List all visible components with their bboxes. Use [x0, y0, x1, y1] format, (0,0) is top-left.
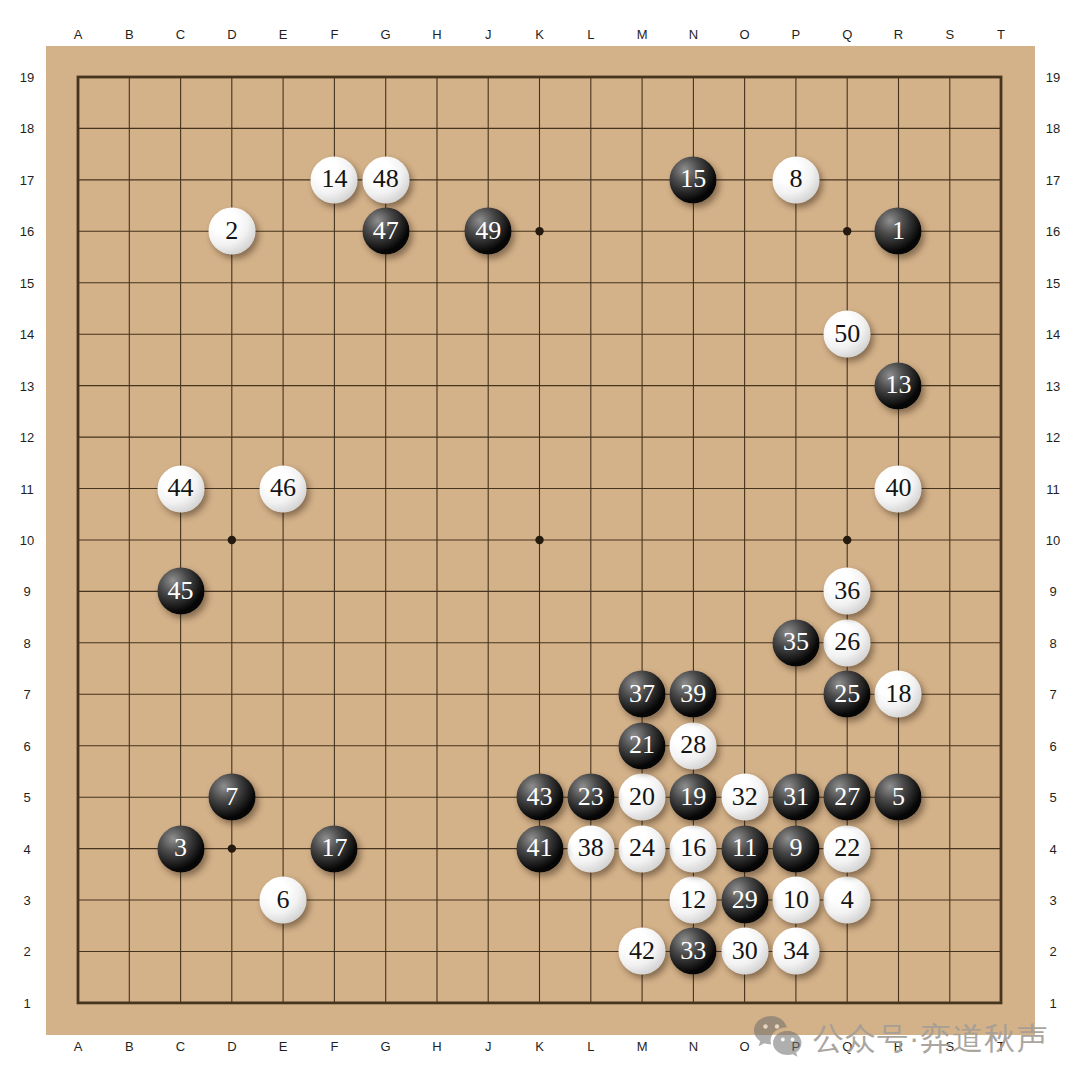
move-number: 47 — [373, 217, 399, 243]
star-point-D4 — [228, 844, 236, 852]
move-number: 49 — [475, 217, 501, 243]
col-label-bottom-M: M — [637, 1039, 648, 1054]
row-label-right-7: 7 — [1049, 687, 1056, 702]
col-label-top-R: R — [894, 27, 903, 42]
move-number: 24 — [629, 835, 655, 861]
stone-white-Q9: 36 — [824, 568, 871, 615]
move-number: 12 — [680, 886, 706, 912]
row-label-right-5: 5 — [1049, 790, 1056, 805]
stone-white-N3: 12 — [670, 877, 717, 924]
move-number: 2 — [225, 217, 238, 243]
row-label-left-4: 4 — [23, 841, 30, 856]
stone-white-M4: 24 — [619, 825, 666, 872]
row-label-right-14: 14 — [1046, 327, 1060, 342]
row-label-right-16: 16 — [1046, 224, 1060, 239]
row-label-right-2: 2 — [1049, 944, 1056, 959]
col-label-top-B: B — [125, 27, 134, 42]
move-number: 41 — [527, 835, 553, 861]
row-label-left-5: 5 — [23, 790, 30, 805]
row-label-left-18: 18 — [20, 121, 34, 136]
star-point-Q10 — [843, 536, 851, 544]
col-label-bottom-E: E — [279, 1039, 288, 1054]
col-label-top-J: J — [485, 27, 492, 42]
move-number: 44 — [168, 475, 194, 501]
move-number: 34 — [783, 937, 809, 963]
stone-black-M6: 21 — [619, 722, 666, 769]
move-number: 42 — [629, 937, 655, 963]
move-number: 15 — [680, 166, 706, 192]
stone-white-L4: 38 — [567, 825, 614, 872]
move-number: 38 — [578, 835, 604, 861]
move-number: 4 — [841, 886, 854, 912]
star-point-Q16 — [843, 227, 851, 235]
stone-black-N7: 39 — [670, 671, 717, 718]
row-label-left-7: 7 — [23, 687, 30, 702]
row-label-right-18: 18 — [1046, 121, 1060, 136]
stone-black-P5: 31 — [772, 774, 819, 821]
stone-black-R5: 5 — [875, 774, 922, 821]
stone-white-R7: 18 — [875, 671, 922, 718]
col-label-top-T: T — [997, 27, 1005, 42]
row-label-left-9: 9 — [23, 584, 30, 599]
move-number: 19 — [680, 783, 706, 809]
stone-black-R13: 13 — [875, 362, 922, 409]
move-number: 50 — [834, 320, 860, 346]
move-number: 39 — [680, 680, 706, 706]
col-label-top-F: F — [330, 27, 338, 42]
move-number: 35 — [783, 629, 809, 655]
stone-white-P17: 8 — [772, 156, 819, 203]
col-label-bottom-D: D — [227, 1039, 236, 1054]
stone-black-K4: 41 — [516, 825, 563, 872]
row-label-right-17: 17 — [1046, 172, 1060, 187]
move-number: 26 — [834, 629, 860, 655]
star-point-D10 — [228, 536, 236, 544]
star-point-K10 — [535, 536, 543, 544]
move-number: 22 — [834, 835, 860, 861]
move-number: 31 — [783, 783, 809, 809]
col-label-top-P: P — [792, 27, 801, 42]
row-label-right-11: 11 — [1046, 481, 1060, 496]
move-number: 7 — [225, 783, 238, 809]
stone-black-R16: 1 — [875, 208, 922, 255]
move-number: 40 — [885, 475, 911, 501]
stone-black-P8: 35 — [772, 619, 819, 666]
move-number: 48 — [373, 166, 399, 192]
stone-white-O2: 30 — [721, 928, 768, 975]
star-point-K16 — [535, 227, 543, 235]
watermark: 公众号·弈道秋声 — [751, 1007, 1048, 1069]
stone-black-P4: 9 — [772, 825, 819, 872]
row-label-right-19: 19 — [1046, 70, 1060, 85]
move-number: 5 — [892, 783, 905, 809]
stone-black-K5: 43 — [516, 774, 563, 821]
row-label-right-13: 13 — [1046, 378, 1060, 393]
move-number: 3 — [174, 835, 187, 861]
col-label-top-C: C — [176, 27, 185, 42]
stone-white-Q3: 4 — [824, 877, 871, 924]
move-number: 36 — [834, 577, 860, 603]
move-number: 46 — [270, 475, 296, 501]
stone-black-C4: 3 — [157, 825, 204, 872]
stone-white-O5: 32 — [721, 774, 768, 821]
row-label-left-3: 3 — [23, 893, 30, 908]
col-label-top-L: L — [587, 27, 594, 42]
stone-white-M5: 20 — [619, 774, 666, 821]
col-label-top-Q: Q — [842, 27, 852, 42]
col-label-bottom-J: J — [485, 1039, 492, 1054]
row-label-left-6: 6 — [23, 738, 30, 753]
col-label-bottom-K: K — [535, 1039, 544, 1054]
stone-black-C9: 45 — [157, 568, 204, 615]
col-label-top-S: S — [945, 27, 954, 42]
stone-black-N17: 15 — [670, 156, 717, 203]
move-number: 6 — [277, 886, 290, 912]
move-number: 32 — [732, 783, 758, 809]
move-number: 1 — [892, 217, 905, 243]
col-label-top-M: M — [637, 27, 648, 42]
move-number: 17 — [321, 835, 347, 861]
row-label-left-10: 10 — [20, 532, 34, 547]
row-label-left-13: 13 — [20, 378, 34, 393]
col-label-top-G: G — [381, 27, 391, 42]
stone-white-R11: 40 — [875, 465, 922, 512]
move-number: 8 — [789, 166, 802, 192]
wechat-icon — [751, 1012, 805, 1064]
stone-black-L5: 23 — [567, 774, 614, 821]
stone-white-Q4: 22 — [824, 825, 871, 872]
row-label-left-19: 19 — [20, 70, 34, 85]
col-label-top-O: O — [740, 27, 750, 42]
stone-white-C11: 44 — [157, 465, 204, 512]
col-label-top-A: A — [74, 27, 83, 42]
move-number: 9 — [789, 835, 802, 861]
row-label-right-15: 15 — [1046, 275, 1060, 290]
stone-black-M7: 37 — [619, 671, 666, 718]
move-number: 37 — [629, 680, 655, 706]
grid-lines — [0, 0, 1080, 1080]
stone-black-N2: 33 — [670, 928, 717, 975]
stone-white-N6: 28 — [670, 722, 717, 769]
stone-white-M2: 42 — [619, 928, 666, 975]
stone-black-N5: 19 — [670, 774, 717, 821]
col-label-bottom-A: A — [74, 1039, 83, 1054]
row-label-right-3: 3 — [1049, 893, 1056, 908]
watermark-text: 公众号·弈道秋声 — [813, 1023, 1048, 1054]
col-label-bottom-O: O — [740, 1039, 750, 1054]
col-label-bottom-B: B — [125, 1039, 134, 1054]
stone-black-O3: 29 — [721, 877, 768, 924]
move-number: 13 — [885, 372, 911, 398]
stone-black-F4: 17 — [311, 825, 358, 872]
row-label-right-6: 6 — [1049, 738, 1056, 753]
stone-white-F17: 14 — [311, 156, 358, 203]
move-number: 33 — [680, 937, 706, 963]
stone-white-N4: 16 — [670, 825, 717, 872]
move-number: 16 — [680, 835, 706, 861]
col-label-top-E: E — [279, 27, 288, 42]
col-label-bottom-N: N — [689, 1039, 698, 1054]
move-number: 25 — [834, 680, 860, 706]
move-number: 27 — [834, 783, 860, 809]
move-number: 10 — [783, 886, 809, 912]
move-number: 29 — [732, 886, 758, 912]
row-label-left-16: 16 — [20, 224, 34, 239]
move-number: 30 — [732, 937, 758, 963]
stone-black-J16: 49 — [465, 208, 512, 255]
row-label-right-9: 9 — [1049, 584, 1056, 599]
row-label-left-11: 11 — [20, 481, 34, 496]
row-label-left-17: 17 — [20, 172, 34, 187]
move-number: 20 — [629, 783, 655, 809]
row-label-right-12: 12 — [1046, 430, 1060, 445]
move-number: 14 — [321, 166, 347, 192]
row-label-right-1: 1 — [1049, 995, 1056, 1010]
row-label-right-4: 4 — [1049, 841, 1056, 856]
stone-white-Q14: 50 — [824, 311, 871, 358]
col-label-bottom-F: F — [330, 1039, 338, 1054]
stone-white-E3: 6 — [260, 877, 307, 924]
row-label-left-15: 15 — [20, 275, 34, 290]
stone-white-Q8: 26 — [824, 619, 871, 666]
row-label-left-8: 8 — [23, 635, 30, 650]
stone-white-D16: 2 — [208, 208, 255, 255]
col-label-top-N: N — [689, 27, 698, 42]
row-label-right-10: 10 — [1046, 532, 1060, 547]
col-label-top-H: H — [432, 27, 441, 42]
col-label-top-K: K — [535, 27, 544, 42]
row-label-left-14: 14 — [20, 327, 34, 342]
col-label-bottom-L: L — [587, 1039, 594, 1054]
row-label-left-2: 2 — [23, 944, 30, 959]
move-number: 21 — [629, 732, 655, 758]
stone-black-Q7: 25 — [824, 671, 871, 718]
stone-black-O4: 11 — [721, 825, 768, 872]
stone-white-P3: 10 — [772, 877, 819, 924]
move-number: 45 — [168, 577, 194, 603]
move-number: 23 — [578, 783, 604, 809]
move-number: 43 — [527, 783, 553, 809]
stone-black-G16: 47 — [362, 208, 409, 255]
stone-white-G17: 48 — [362, 156, 409, 203]
stone-white-E11: 46 — [260, 465, 307, 512]
move-number: 11 — [732, 835, 757, 861]
col-label-top-D: D — [227, 27, 236, 42]
move-number: 18 — [885, 680, 911, 706]
row-label-left-1: 1 — [23, 995, 30, 1010]
col-label-bottom-C: C — [176, 1039, 185, 1054]
col-label-bottom-H: H — [432, 1039, 441, 1054]
stone-black-Q5: 27 — [824, 774, 871, 821]
stone-black-D5: 7 — [208, 774, 255, 821]
col-label-bottom-G: G — [381, 1039, 391, 1054]
row-label-left-12: 12 — [20, 430, 34, 445]
move-number: 28 — [680, 732, 706, 758]
stone-white-P2: 34 — [772, 928, 819, 975]
go-diagram: AABBCCDDEEFFGGHHJJKKLLMMNNOOPPQQRRSSTT19… — [0, 0, 1080, 1080]
row-label-right-8: 8 — [1049, 635, 1056, 650]
